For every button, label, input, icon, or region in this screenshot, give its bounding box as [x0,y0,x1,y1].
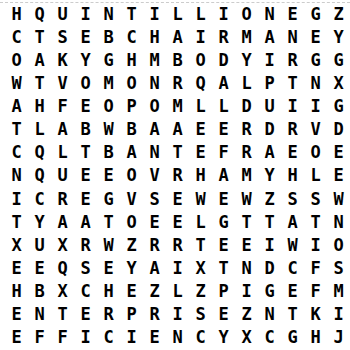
grid-cell-r1c6[interactable]: T [120,3,143,26]
grid-cell-r15c5[interactable]: C [97,326,120,349]
grid-cell-r13c6[interactable]: E [120,280,143,303]
grid-cell-r12c6[interactable]: Y [120,257,143,280]
grid-cell-r8c10[interactable]: A [212,164,235,187]
grid-cell-r14c1[interactable]: E [5,303,28,326]
grid-cell-r14c11[interactable]: Z [235,303,258,326]
grid-cell-r6c5[interactable]: W [97,118,120,141]
grid-cell-r2c6[interactable]: C [120,26,143,49]
grid-cell-r5c9[interactable]: L [189,95,212,118]
grid-cell-r7c9[interactable]: E [189,141,212,164]
grid-cell-r14c15[interactable]: I [327,303,350,326]
grid-cell-r3c10[interactable]: D [212,49,235,72]
grid-cell-r7c6[interactable]: A [120,141,143,164]
grid-cell-r2c7[interactable]: H [143,26,166,49]
grid-cell-r3c14[interactable]: G [304,49,327,72]
grid-cell-r6c15[interactable]: D [327,118,350,141]
grid-cell-r8c1[interactable]: N [5,164,28,187]
grid-cell-r5c5[interactable]: O [97,95,120,118]
grid-cell-r15c1[interactable]: E [5,326,28,349]
grid-cell-r11c10[interactable]: E [212,234,235,257]
grid-cell-r1c14[interactable]: G [304,3,327,26]
grid-cell-r10c4[interactable]: A [74,211,97,234]
grid-cell-r9c3[interactable]: R [51,188,74,211]
grid-cell-r5c1[interactable]: A [5,95,28,118]
grid-cell-r4c12[interactable]: P [258,72,281,95]
grid-cell-r2c8[interactable]: A [166,26,189,49]
grid-cell-r13c4[interactable]: C [74,280,97,303]
grid-cell-r8c15[interactable]: E [327,164,350,187]
grid-cell-r5c11[interactable]: D [235,95,258,118]
grid-cell-r4c11[interactable]: L [235,72,258,95]
grid-cell-r4c6[interactable]: O [120,72,143,95]
grid-cell-r3c11[interactable]: Y [235,49,258,72]
grid-cell-r14c9[interactable]: S [189,303,212,326]
grid-cell-r4c14[interactable]: N [304,72,327,95]
grid-cell-r2c3[interactable]: S [51,26,74,49]
grid-cell-r12c3[interactable]: Q [51,257,74,280]
grid-cell-r3c2[interactable]: A [28,49,51,72]
grid-cell-r6c4[interactable]: B [74,118,97,141]
grid-cell-r12c12[interactable]: D [258,257,281,280]
grid-cell-r4c2[interactable]: T [28,72,51,95]
grid-cell-r10c2[interactable]: Y [28,211,51,234]
grid-cell-r15c15[interactable]: J [327,326,350,349]
grid-cell-r7c15[interactable]: E [327,141,350,164]
grid-cell-r1c3[interactable]: U [51,3,74,26]
grid-cell-r14c14[interactable]: K [304,303,327,326]
grid-cell-r7c14[interactable]: O [304,141,327,164]
grid-cell-r2c13[interactable]: N [281,26,304,49]
grid-cell-r12c13[interactable]: C [281,257,304,280]
grid-cell-r14c8[interactable]: I [166,303,189,326]
grid-cell-r15c3[interactable]: F [51,326,74,349]
grid-cell-r11c8[interactable]: R [166,234,189,257]
grid-cell-r13c15[interactable]: M [327,280,350,303]
grid-cell-r10c13[interactable]: A [281,211,304,234]
grid-cell-r14c7[interactable]: R [143,303,166,326]
grid-cell-r5c14[interactable]: I [304,95,327,118]
grid-cell-r6c13[interactable]: R [281,118,304,141]
grid-cell-r1c4[interactable]: I [74,3,97,26]
grid-cell-r10c12[interactable]: T [258,211,281,234]
grid-cell-r13c8[interactable]: L [166,280,189,303]
grid-cell-r1c12[interactable]: N [258,3,281,26]
grid-cell-r14c3[interactable]: T [51,303,74,326]
grid-cell-r5c12[interactable]: U [258,95,281,118]
grid-cell-r8c9[interactable]: H [189,164,212,187]
grid-cell-r13c11[interactable]: I [235,280,258,303]
grid-cell-r11c6[interactable]: Z [120,234,143,257]
grid-cell-r13c3[interactable]: X [51,280,74,303]
grid-cell-r9c11[interactable]: W [235,188,258,211]
grid-cell-r4c7[interactable]: N [143,72,166,95]
grid-cell-r10c6[interactable]: O [120,211,143,234]
grid-cell-r8c6[interactable]: O [120,164,143,187]
grid-cell-r7c4[interactable]: T [74,141,97,164]
grid-cell-r14c10[interactable]: E [212,303,235,326]
grid-cell-r14c2[interactable]: N [28,303,51,326]
grid-cell-r9c1[interactable]: I [5,188,28,211]
grid-cell-r12c5[interactable]: E [97,257,120,280]
grid-cell-r10c7[interactable]: E [143,211,166,234]
grid-cell-r9c12[interactable]: Z [258,188,281,211]
grid-cell-r6c2[interactable]: L [28,118,51,141]
grid-cell-r9c6[interactable]: V [120,188,143,211]
grid-cell-r3c5[interactable]: G [97,49,120,72]
grid-cell-r2c10[interactable]: R [212,26,235,49]
grid-cell-r9c8[interactable]: E [166,188,189,211]
grid-cell-r12c7[interactable]: A [143,257,166,280]
grid-cell-r2c12[interactable]: A [258,26,281,49]
grid-cell-r15c6[interactable]: I [120,326,143,349]
grid-cell-r10c14[interactable]: T [304,211,327,234]
grid-cell-r5c2[interactable]: H [28,95,51,118]
grid-cell-r11c4[interactable]: R [74,234,97,257]
grid-cell-r10c8[interactable]: E [166,211,189,234]
grid-cell-r13c10[interactable]: P [212,280,235,303]
grid-cell-r3c3[interactable]: K [51,49,74,72]
grid-cell-r12c1[interactable]: E [5,257,28,280]
grid-cell-r7c13[interactable]: E [281,141,304,164]
grid-cell-r4c4[interactable]: O [74,72,97,95]
grid-cell-r11c14[interactable]: I [304,234,327,257]
grid-cell-r9c7[interactable]: S [143,188,166,211]
grid-cell-r12c14[interactable]: F [304,257,327,280]
grid-cell-r7c12[interactable]: A [258,141,281,164]
grid-cell-r14c13[interactable]: T [281,303,304,326]
grid-cell-r3c15[interactable]: G [327,49,350,72]
grid-cell-r15c4[interactable]: I [74,326,97,349]
grid-cell-r1c7[interactable]: I [143,3,166,26]
grid-cell-r15c9[interactable]: C [189,326,212,349]
grid-cell-r13c7[interactable]: Z [143,280,166,303]
grid-cell-r7c3[interactable]: L [51,141,74,164]
grid-cell-r7c2[interactable]: Q [28,141,51,164]
grid-cell-r7c10[interactable]: F [212,141,235,164]
grid-cell-r11c15[interactable]: O [327,234,350,257]
grid-cell-r4c8[interactable]: R [166,72,189,95]
grid-cell-r10c11[interactable]: T [235,211,258,234]
grid-cell-r4c3[interactable]: V [51,72,74,95]
grid-cell-r3c12[interactable]: I [258,49,281,72]
grid-cell-r8c12[interactable]: Y [258,164,281,187]
word-search-screen: HQUINTILLIONEGZCTSEBCHAIRMANEYOAKYGHMBOD… [0,0,350,350]
grid-cell-r11c2[interactable]: U [28,234,51,257]
grid-cell-r8c7[interactable]: V [143,164,166,187]
grid-cell-r8c3[interactable]: U [51,164,74,187]
grid-cell-r4c1[interactable]: W [5,72,28,95]
grid-cell-r2c2[interactable]: T [28,26,51,49]
grid-cell-r10c3[interactable]: A [51,211,74,234]
grid-cell-r6c1[interactable]: T [5,118,28,141]
grid-cell-r5c3[interactable]: F [51,95,74,118]
grid-cell-r2c1[interactable]: C [5,26,28,49]
grid-cell-r4c13[interactable]: T [281,72,304,95]
grid-cell-r3c13[interactable]: R [281,49,304,72]
grid-cell-r2c15[interactable]: Y [327,26,350,49]
grid-cell-r11c11[interactable]: E [235,234,258,257]
grid-cell-r13c12[interactable]: G [258,280,281,303]
grid-cell-r12c15[interactable]: S [327,257,350,280]
grid-cell-r6c8[interactable]: A [166,118,189,141]
grid-cell-r11c13[interactable]: W [281,234,304,257]
grid-cell-r6c6[interactable]: B [120,118,143,141]
grid-cell-r13c14[interactable]: F [304,280,327,303]
grid-cell-r15c10[interactable]: Y [212,326,235,349]
grid-cell-r5c13[interactable]: I [281,95,304,118]
grid-cell-r8c5[interactable]: E [97,164,120,187]
grid-cell-r10c1[interactable]: T [5,211,28,234]
grid-cell-r3c9[interactable]: O [189,49,212,72]
grid-cell-r14c12[interactable]: N [258,303,281,326]
grid-cell-r6c11[interactable]: R [235,118,258,141]
grid-cell-r11c1[interactable]: X [5,234,28,257]
grid-cell-r5c8[interactable]: M [166,95,189,118]
grid-cell-r13c2[interactable]: B [28,280,51,303]
grid-cell-r2c5[interactable]: B [97,26,120,49]
grid-cell-r13c13[interactable]: E [281,280,304,303]
grid-cell-r5c7[interactable]: O [143,95,166,118]
grid-cell-r4c10[interactable]: A [212,72,235,95]
grid-cell-r1c11[interactable]: O [235,3,258,26]
grid-cell-r2c4[interactable]: E [74,26,97,49]
grid-cell-r12c2[interactable]: E [28,257,51,280]
grid-cell-r3c8[interactable]: B [166,49,189,72]
grid-cell-r1c15[interactable]: Z [327,3,350,26]
grid-cell-r2c9[interactable]: I [189,26,212,49]
grid-cell-r7c1[interactable]: C [5,141,28,164]
word-search-grid[interactable]: HQUINTILLIONEGZCTSEBCHAIRMANEYOAKYGHMBOD… [5,3,350,349]
grid-cell-r15c14[interactable]: H [304,326,327,349]
grid-cell-r4c5[interactable]: M [97,72,120,95]
grid-cell-r14c5[interactable]: R [97,303,120,326]
grid-cell-r13c9[interactable]: Z [189,280,212,303]
grid-cell-r5c4[interactable]: E [74,95,97,118]
grid-cell-r4c15[interactable]: X [327,72,350,95]
grid-cell-r4c9[interactable]: Q [189,72,212,95]
grid-cell-r12c11[interactable]: N [235,257,258,280]
grid-cell-r7c11[interactable]: R [235,141,258,164]
grid-cell-r9c13[interactable]: S [281,188,304,211]
grid-cell-r7c5[interactable]: B [97,141,120,164]
grid-cell-r1c9[interactable]: L [189,3,212,26]
grid-cell-r5c10[interactable]: L [212,95,235,118]
grid-cell-r8c8[interactable]: R [166,164,189,187]
grid-cell-r1c10[interactable]: I [212,3,235,26]
grid-cell-r11c9[interactable]: T [189,234,212,257]
grid-cell-r3c7[interactable]: M [143,49,166,72]
grid-cell-r3c4[interactable]: Y [74,49,97,72]
grid-cell-r8c14[interactable]: L [304,164,327,187]
grid-cell-r9c15[interactable]: W [327,188,350,211]
grid-cell-r6c3[interactable]: A [51,118,74,141]
grid-cell-r10c9[interactable]: L [189,211,212,234]
grid-cell-r10c5[interactable]: T [97,211,120,234]
grid-cell-r1c5[interactable]: N [97,3,120,26]
grid-cell-r12c10[interactable]: T [212,257,235,280]
grid-cell-r2c14[interactable]: E [304,26,327,49]
grid-cell-r10c10[interactable]: G [212,211,235,234]
grid-cell-r11c12[interactable]: I [258,234,281,257]
grid-cell-r8c11[interactable]: M [235,164,258,187]
grid-cell-r3c6[interactable]: H [120,49,143,72]
grid-cell-r13c1[interactable]: H [5,280,28,303]
grid-cell-r12c9[interactable]: X [189,257,212,280]
grid-cell-r15c13[interactable]: G [281,326,304,349]
grid-cell-r12c8[interactable]: I [166,257,189,280]
grid-cell-r6c7[interactable]: A [143,118,166,141]
grid-cell-r9c14[interactable]: S [304,188,327,211]
grid-cell-r2c11[interactable]: M [235,26,258,49]
grid-cell-r15c11[interactable]: X [235,326,258,349]
grid-cell-r6c10[interactable]: E [212,118,235,141]
grid-cell-r14c4[interactable]: E [74,303,97,326]
grid-cell-r15c7[interactable]: E [143,326,166,349]
grid-cell-r12c4[interactable]: S [74,257,97,280]
grid-cell-r9c10[interactable]: E [212,188,235,211]
grid-cell-r10c15[interactable]: N [327,211,350,234]
grid-cell-r14c6[interactable]: P [120,303,143,326]
grid-cell-r9c9[interactable]: W [189,188,212,211]
grid-cell-r8c13[interactable]: H [281,164,304,187]
grid-cell-r13c5[interactable]: H [97,280,120,303]
grid-cell-r15c8[interactable]: N [166,326,189,349]
grid-cell-r11c5[interactable]: W [97,234,120,257]
grid-cell-r9c5[interactable]: G [97,188,120,211]
grid-cell-r11c3[interactable]: X [51,234,74,257]
grid-cell-r7c8[interactable]: T [166,141,189,164]
grid-cell-r3c1[interactable]: O [5,49,28,72]
grid-cell-r1c2[interactable]: Q [28,3,51,26]
grid-cell-r15c12[interactable]: C [258,326,281,349]
grid-cell-r1c8[interactable]: L [166,3,189,26]
grid-cell-r11c7[interactable]: R [143,234,166,257]
grid-cell-r7c7[interactable]: N [143,141,166,164]
grid-cell-r15c2[interactable]: F [28,326,51,349]
grid-cell-r6c12[interactable]: D [258,118,281,141]
grid-cell-r5c6[interactable]: P [120,95,143,118]
grid-cell-r9c4[interactable]: E [74,188,97,211]
grid-cell-r9c2[interactable]: C [28,188,51,211]
grid-cell-r1c13[interactable]: E [281,3,304,26]
grid-cell-r6c14[interactable]: V [304,118,327,141]
grid-cell-r6c9[interactable]: E [189,118,212,141]
grid-cell-r8c4[interactable]: E [74,164,97,187]
grid-cell-r5c15[interactable]: G [327,95,350,118]
grid-cell-r8c2[interactable]: Q [28,164,51,187]
grid-cell-r1c1[interactable]: H [5,3,28,26]
